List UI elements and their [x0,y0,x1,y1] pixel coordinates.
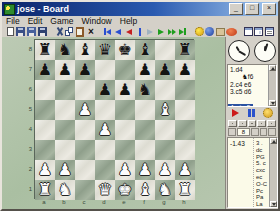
square-f8[interactable]: ♝ [135,40,155,60]
pause-icon [248,109,255,117]
move-list[interactable]: 1.d4♞f62.c4 e63.c5 d64. ♗g5 [227,64,277,107]
square-g7[interactable]: ♟ [155,60,175,80]
saveas-button[interactable] [26,26,37,37]
mini-button[interactable] [228,128,236,136]
square-h6[interactable] [175,80,195,100]
move-entry[interactable]: ♞f6 [228,73,269,80]
rank-labels: 87654321 [24,39,34,199]
square-d4[interactable]: ♟ [95,120,115,140]
minute-hand [239,50,247,55]
square-e1[interactable]: ♚ [115,180,135,200]
square-f6[interactable]: ♞ [135,80,155,100]
rank-label-1: 1 [24,179,34,199]
save-button[interactable] [16,26,27,37]
square-c3[interactable] [75,140,95,160]
file-label-b: b [54,199,74,206]
move-lines: 1.d4♞f62.c4 e63.c5 d64. ♗g5 [228,66,269,107]
mini-button[interactable] [260,128,268,136]
panel1-icon [244,27,253,36]
square-a1[interactable]: ♜ [35,180,55,200]
square-e4[interactable] [115,120,135,140]
panel2-icon [254,27,263,36]
square-e3[interactable] [115,140,135,160]
square-d6[interactable]: ♟ [95,80,115,100]
square-h8[interactable]: ♜ [175,40,195,60]
rank-label-8: 8 [24,39,34,59]
title-bar[interactable]: jose - Board _ □ × [2,2,278,16]
rank-label-2: 2 [24,159,34,179]
cut-icon [55,27,64,36]
black-knight: ♞ [138,80,152,100]
black-clock [254,40,276,62]
black-bishop: ♝ [78,40,92,60]
cut-button[interactable] [54,26,65,37]
menu-window[interactable]: Window [82,16,112,26]
rank-label-5: 5 [24,99,34,119]
square-e2[interactable]: ♟ [115,160,135,180]
mini-button[interactable] [251,128,259,136]
square-b1[interactable]: ♞ [55,180,75,200]
move-entry[interactable]: 4. ♗g5 [228,104,253,107]
stop-icon [226,28,237,36]
app-icon [4,4,15,15]
scroll-down-icon[interactable] [270,201,277,207]
close-button[interactable]: × [262,3,276,15]
square-a4[interactable] [35,120,55,140]
menu-edit[interactable]: Edit [28,16,43,26]
square-a6[interactable] [35,80,55,100]
menu-bar: FileEditGameWindowHelp [2,16,278,26]
square-c7[interactable]: ♟ [75,60,95,80]
white-king: ♚ [118,180,132,200]
square-h5[interactable] [175,100,195,120]
square-c8[interactable]: ♝ [75,40,95,60]
square-h7[interactable]: ♟ [175,60,195,80]
white-rook: ♜ [38,180,52,200]
square-a2[interactable]: ♟ [35,160,55,180]
black-pawn: ♟ [78,60,92,80]
white-pawn: ♟ [98,120,112,140]
scroll-up-icon[interactable] [269,65,276,71]
black-pawn: ♟ [58,60,72,80]
square-e6[interactable]: ♟ [115,80,135,100]
black-pawn: ♟ [138,60,152,80]
save-icon [16,27,25,36]
square-f2[interactable]: ♟ [135,160,155,180]
square-c4[interactable] [75,120,95,140]
last-icon [179,28,186,35]
delete-icon [88,27,94,36]
board-panel: 87654321 ♜♞♝♛♚♝♜♟♟♟♟♟♟♟♟♞♟♝♟♟♟♟♟♟♟♜♞♛♚♝♞… [2,37,225,209]
black-pawn: ♟ [118,80,132,100]
square-f3[interactable] [135,140,155,160]
board-wrap: 87654321 ♜♞♝♛♚♝♜♟♟♟♟♟♟♟♟♞♟♝♟♟♟♟♟♟♟♜♞♛♚♝♞… [24,39,194,206]
new-icon [7,27,14,36]
square-h4[interactable] [175,120,195,140]
panel3-icon [265,27,274,36]
square-c1[interactable] [75,180,95,200]
hint-icon [195,27,204,36]
file-label-e: e [114,199,134,206]
file-label-g: g [154,199,174,206]
pause-button[interactable] [134,26,145,37]
maximize-button[interactable]: □ [245,3,259,15]
square-e7[interactable] [115,60,135,80]
first-button[interactable] [103,26,114,37]
side-panel: 1.d4♞f62.c4 e63.c5 d64. ♗g5 8 [225,37,278,209]
white-pawn: ♟ [178,160,192,180]
copy-icon [65,27,74,37]
delete-button[interactable] [86,26,97,37]
file-label-h: h [174,199,194,206]
square-c6[interactable] [75,80,95,100]
takeback-button[interactable] [124,26,135,37]
white-queen: ♛ [98,180,112,200]
rank-label-6: 6 [24,79,34,99]
hint-button[interactable] [194,26,205,37]
step-button[interactable] [145,26,156,37]
scroll-up-icon[interactable] [270,138,277,144]
saveall-button[interactable] [37,26,48,37]
square-b5[interactable] [55,100,75,120]
rank-label-7: 7 [24,59,34,79]
setup-icon [216,28,225,36]
play-icon [232,109,239,117]
saveas-icon [27,27,36,36]
square-e5[interactable] [115,100,135,120]
black-knight: ♞ [58,40,72,60]
square-b4[interactable] [55,120,75,140]
move-entry[interactable]: 2.c4 e6 [228,81,269,88]
square-g2[interactable]: ♟ [155,160,175,180]
square-e8[interactable]: ♚ [115,40,135,60]
mini-button[interactable] [268,128,276,136]
square-g5[interactable]: ♝ [155,100,175,120]
white-pawn: ♟ [78,100,92,120]
square-c5[interactable]: ♟ [75,100,95,120]
step-icon [147,29,153,35]
file-label-f: f [134,199,154,206]
black-king: ♚ [118,40,132,60]
square-a7[interactable]: ♟ [35,60,55,80]
black-queen: ♛ [98,40,112,60]
square-f1[interactable]: ♝ [135,180,155,200]
square-b2[interactable]: ♟ [55,160,75,180]
black-rook: ♜ [178,40,192,60]
engine-scrollbar[interactable] [269,138,277,207]
black-rook: ♜ [38,40,52,60]
first-icon [104,28,111,35]
app-window: jose - Board _ □ × FileEditGameWindowHel… [0,0,280,211]
white-knight: ♞ [58,180,72,200]
new-button[interactable] [5,26,16,37]
mini-button[interactable] [257,120,266,127]
white-pawn: ♟ [118,160,132,180]
engine-eval: -1.43 [228,138,254,207]
square-b8[interactable]: ♞ [55,40,75,60]
panel1-button[interactable] [243,26,254,37]
mini-button[interactable] [228,120,237,127]
engine-controls [226,107,278,119]
analyze-play-button[interactable] [229,108,242,119]
square-g4[interactable] [155,120,175,140]
clock-panel [226,37,278,64]
file-label-d: d [94,199,114,206]
rank-label-4: 4 [24,119,34,139]
last-button[interactable] [177,26,188,37]
engine-depth-row: 8 [226,127,278,136]
content-area: 87654321 ♜♞♝♛♚♝♜♟♟♟♟♟♟♟♟♞♟♝♟♟♟♟♟♟♟♜♞♛♚♝♞… [2,37,278,209]
square-b3[interactable] [55,140,75,160]
depth-value: 8 [237,128,250,136]
square-g6[interactable] [155,80,175,100]
forward-button[interactable] [156,26,167,37]
file-label-c: c [74,199,94,206]
rank-label-3: 3 [24,139,34,159]
mini-button[interactable] [267,120,276,127]
setup-button[interactable] [215,26,226,37]
square-d7[interactable] [95,60,115,80]
chess-board[interactable]: ♜♞♝♛♚♝♜♟♟♟♟♟♟♟♟♞♟♝♟♟♟♟♟♟♟♜♞♛♚♝♞♜ [34,39,194,199]
square-d5[interactable] [95,100,115,120]
menu-help[interactable]: Help [120,16,137,26]
back-button[interactable] [113,26,124,37]
white-rook: ♜ [178,180,192,200]
web-button[interactable] [205,26,216,37]
square-h1[interactable]: ♜ [175,180,195,200]
paste-icon [76,27,84,37]
minute-hand [264,43,268,51]
move-entry[interactable]: 1.d4 [228,66,269,73]
minimize-button[interactable]: _ [229,3,243,15]
scroll-down-icon[interactable] [269,100,276,106]
web-icon [205,27,214,36]
saveall-icon [38,27,47,36]
black-pawn: ♟ [178,60,192,80]
white-pawn: ♟ [158,160,172,180]
square-b7[interactable]: ♟ [55,60,75,80]
pause-icon [139,28,142,36]
white-pawn: ♟ [138,160,152,180]
black-bishop: ♝ [138,40,152,60]
paste-button[interactable] [75,26,86,37]
move-list-scrollbar[interactable] [268,65,276,106]
square-g8[interactable] [155,40,175,60]
move-entry[interactable]: 3.c5 d6 [228,88,269,95]
white-pawn: ♟ [58,160,72,180]
stop-button[interactable] [226,26,237,37]
menu-file[interactable]: File [6,16,20,26]
white-pawn: ♟ [38,160,52,180]
gear-icon [263,108,273,118]
file-label-a: a [34,199,54,206]
toolbar [2,26,278,37]
white-knight: ♞ [158,180,172,200]
square-h3[interactable] [175,140,195,160]
square-f7[interactable]: ♟ [135,60,155,80]
mini-button[interactable] [238,120,247,127]
black-pawn: ♟ [98,80,112,100]
engine-settings-button[interactable] [261,108,274,119]
window-title: jose - Board [17,3,227,16]
white-bishop: ♝ [138,180,152,200]
forward-icon [158,29,164,35]
engine-output: -1.43 3 .dcPG5. ccxcecO-CPcPaLa [227,137,278,208]
pause-button[interactable] [245,108,258,119]
square-d2[interactable] [95,160,115,180]
square-a5[interactable] [35,100,55,120]
back-icon [115,29,121,35]
square-d3[interactable] [95,140,115,160]
square-c2[interactable] [75,160,95,180]
black-pawn: ♟ [158,60,172,80]
mini-button[interactable] [248,120,257,127]
square-g1[interactable]: ♞ [155,180,175,200]
menu-game[interactable]: Game [50,16,73,26]
takeback-icon [126,29,132,35]
fastforward-button[interactable] [166,26,177,37]
panel2-button[interactable] [254,26,265,37]
fastforward-icon [168,29,176,35]
white-clock [228,40,250,62]
square-b6[interactable] [55,80,75,100]
square-g3[interactable] [155,140,175,160]
copy-button[interactable] [64,26,75,37]
square-f5[interactable] [135,100,155,120]
square-d1[interactable]: ♛ [95,180,115,200]
panel3-button[interactable] [264,26,275,37]
square-h2[interactable]: ♟ [175,160,195,180]
engine-mini-buttons [226,119,278,127]
file-labels: abcdefgh [34,199,194,206]
white-bishop: ♝ [158,100,172,120]
square-a3[interactable] [35,140,55,160]
black-pawn: ♟ [38,60,52,80]
square-a8[interactable]: ♜ [35,40,55,60]
square-f4[interactable] [135,120,155,140]
square-d8[interactable]: ♛ [95,40,115,60]
